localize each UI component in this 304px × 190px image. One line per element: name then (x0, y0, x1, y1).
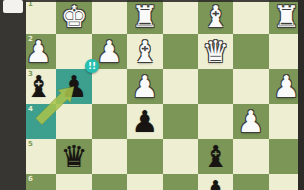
square-d2[interactable] (163, 34, 198, 69)
square-e1[interactable]: ♜ (127, 0, 162, 34)
square-c4[interactable] (198, 104, 233, 139)
square-b6[interactable] (233, 174, 268, 190)
sidebar-card[interactable] (3, 0, 23, 13)
square-d5[interactable] (163, 139, 198, 174)
square-h5[interactable]: 5 (21, 139, 56, 174)
top-edge-strip (24, 0, 299, 2)
square-h2[interactable]: 2♟ (21, 34, 56, 69)
square-f4[interactable] (92, 104, 127, 139)
square-d6[interactable] (163, 174, 198, 190)
square-b1[interactable] (233, 0, 268, 34)
square-b3[interactable] (233, 69, 268, 104)
right-edge-panel (298, 0, 304, 190)
square-e2[interactable]: ♝ (127, 34, 162, 69)
square-h1[interactable]: 1 (21, 0, 56, 34)
square-g6[interactable] (56, 174, 91, 190)
black-pawn-g3[interactable]: ♟ (56, 69, 91, 104)
square-c1[interactable]: ♝ (198, 0, 233, 34)
square-g3[interactable]: ♟ (56, 69, 91, 104)
rank-label-4: 4 (28, 105, 33, 113)
brilliant-move-badge: !! (85, 59, 99, 73)
white-king-g1[interactable]: ♚ (56, 0, 91, 34)
rank-label-6: 6 (28, 175, 33, 183)
square-f6[interactable] (92, 174, 127, 190)
square-c6[interactable]: ♟ (198, 174, 233, 190)
black-pawn-c6[interactable]: ♟ (198, 174, 233, 190)
white-pawn-e3[interactable]: ♟ (127, 69, 162, 104)
square-b5[interactable] (233, 139, 268, 174)
white-bishop-e2[interactable]: ♝ (127, 34, 162, 69)
square-e5[interactable] (127, 139, 162, 174)
square-h3[interactable]: 3♝ (21, 69, 56, 104)
square-c2[interactable]: ♛ (198, 34, 233, 69)
square-d1[interactable] (163, 0, 198, 34)
white-queen-c2[interactable]: ♛ (198, 34, 233, 69)
white-rook-e1[interactable]: ♜ (127, 0, 162, 34)
square-f5[interactable] (92, 139, 127, 174)
square-e3[interactable]: ♟ (127, 69, 162, 104)
black-bishop-c5[interactable]: ♝ (198, 139, 233, 174)
square-b2[interactable] (233, 34, 268, 69)
rank-label-5: 5 (28, 140, 33, 148)
black-queen-g5[interactable]: ♛ (56, 139, 91, 174)
square-g1[interactable]: ♚ (56, 0, 91, 34)
white-pawn-b4[interactable]: ♟ (233, 104, 268, 139)
square-h4[interactable]: 4 (21, 104, 56, 139)
square-c5[interactable]: ♝ (198, 139, 233, 174)
white-bishop-c1[interactable]: ♝ (198, 0, 233, 34)
white-pawn-h2[interactable]: ♟ (21, 34, 56, 69)
square-e6[interactable] (127, 174, 162, 190)
square-f3[interactable] (92, 69, 127, 104)
square-g4[interactable] (56, 104, 91, 139)
square-c3[interactable] (198, 69, 233, 104)
square-d4[interactable] (163, 104, 198, 139)
black-pawn-e4[interactable]: ♟ (127, 104, 162, 139)
square-d3[interactable] (163, 69, 198, 104)
square-h6[interactable]: 6 (21, 174, 56, 190)
chess-board[interactable]: 1♚♜♝♜2♟♟♝♛3♝♟♟♟4♟♟5♛♝6♟ (21, 0, 304, 190)
square-f1[interactable] (92, 0, 127, 34)
black-bishop-h3[interactable]: ♝ (21, 69, 56, 104)
square-b4[interactable]: ♟ (233, 104, 268, 139)
square-g5[interactable]: ♛ (56, 139, 91, 174)
app-sidebar (0, 0, 26, 190)
square-e4[interactable]: ♟ (127, 104, 162, 139)
